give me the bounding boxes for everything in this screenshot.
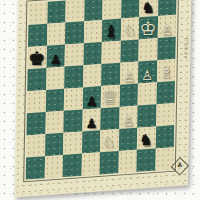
square-a6[interactable]: ♚	[28, 46, 47, 69]
square-e6[interactable]	[101, 41, 120, 64]
square-d4[interactable]: ♟	[82, 86, 101, 109]
square-e7[interactable]: ♝	[102, 19, 121, 42]
square-d1[interactable]	[81, 152, 100, 175]
square-c5[interactable]	[64, 65, 83, 88]
piece-black-pawn[interactable]: ♟	[50, 53, 62, 66]
square-a8[interactable]	[28, 2, 47, 25]
square-h3[interactable]	[156, 103, 175, 126]
square-d8[interactable]	[84, 0, 103, 21]
square-f1[interactable]	[118, 150, 137, 173]
square-f8[interactable]	[121, 0, 140, 19]
square-a4[interactable]	[27, 90, 46, 113]
square-c3[interactable]	[63, 109, 82, 132]
square-g4[interactable]	[138, 82, 157, 105]
square-c8[interactable]	[65, 0, 84, 22]
square-g8[interactable]: ♞	[139, 0, 158, 17]
square-f2[interactable]	[118, 128, 137, 151]
square-f3[interactable]: ♙	[119, 106, 138, 129]
square-b5[interactable]	[46, 67, 65, 90]
square-h8[interactable]	[158, 0, 177, 16]
square-f6[interactable]	[120, 39, 139, 62]
square-a1[interactable]	[26, 156, 45, 179]
square-c7[interactable]	[65, 21, 84, 44]
square-f7[interactable]: ♘	[120, 17, 139, 40]
square-b8[interactable]	[47, 0, 66, 23]
piece-black-bishop[interactable]: ♝	[104, 24, 118, 40]
square-e5[interactable]	[101, 63, 120, 86]
square-h2[interactable]	[155, 125, 174, 148]
square-a5[interactable]	[27, 68, 46, 91]
piece-white-pawn[interactable]: ♙	[123, 70, 135, 83]
square-g1[interactable]	[136, 148, 155, 171]
square-e2[interactable]: ♘	[100, 129, 119, 152]
square-b2[interactable]	[45, 133, 64, 156]
square-d7[interactable]	[83, 20, 102, 43]
square-c6[interactable]	[65, 43, 84, 66]
square-a3[interactable]	[27, 112, 46, 135]
square-b3[interactable]	[45, 111, 64, 134]
square-h7[interactable]: ♙	[157, 15, 176, 38]
square-e4[interactable]: ♕	[101, 85, 120, 108]
piece-white-bishop[interactable]: ♗	[159, 65, 173, 81]
square-g6[interactable]	[138, 38, 157, 61]
square-g3[interactable]	[137, 104, 156, 127]
square-c1[interactable]	[63, 154, 82, 177]
piece-black-king[interactable]: ♚	[29, 49, 46, 68]
piece-black-pawn[interactable]: ♟	[86, 95, 98, 108]
square-h4[interactable]	[156, 81, 175, 104]
square-b7[interactable]	[46, 22, 65, 45]
piece-white-pawn[interactable]: ♙	[122, 114, 134, 127]
piece-white-knight[interactable]: ♘	[103, 136, 116, 151]
square-c2[interactable]	[63, 132, 82, 155]
piece-white-knight[interactable]: ♘	[123, 24, 136, 39]
square-e1[interactable]	[100, 151, 119, 174]
square-d6[interactable]	[83, 42, 102, 65]
square-b1[interactable]	[44, 155, 63, 178]
square-a7[interactable]	[28, 24, 47, 47]
square-g5[interactable]: ♙	[138, 60, 157, 83]
square-f4[interactable]	[119, 84, 138, 107]
piece-white-king[interactable]: ♔	[140, 19, 157, 38]
piece-black-knight[interactable]: ♞	[142, 1, 155, 16]
chess-mat: ♞♝♘♔♙♚♟♙♙♗♟♕♟♙♘♞ Chess ♣	[14, 0, 191, 197]
piece-black-knight[interactable]: ♞	[139, 133, 152, 148]
square-e3[interactable]	[100, 107, 119, 130]
piece-black-pawn[interactable]: ♟	[85, 117, 97, 130]
square-g7[interactable]: ♔	[139, 16, 158, 39]
square-h5[interactable]: ♗	[156, 59, 175, 82]
square-d5[interactable]	[83, 64, 102, 87]
square-d3[interactable]: ♟	[82, 108, 101, 131]
table-surface: ♞♝♘♔♙♚♟♙♙♗♟♕♟♙♘♞ Chess ♣	[0, 0, 200, 200]
brand-text: Chess	[183, 37, 189, 60]
square-a2[interactable]	[26, 134, 45, 157]
square-c4[interactable]	[64, 87, 83, 110]
square-b4[interactable]	[45, 89, 64, 112]
square-h6[interactable]	[157, 37, 176, 60]
square-d2[interactable]	[81, 130, 100, 153]
piece-white-queen[interactable]: ♕	[102, 88, 119, 107]
piece-white-pawn[interactable]: ♙	[161, 23, 173, 36]
square-b6[interactable]: ♟	[46, 45, 65, 68]
square-e8[interactable]	[102, 0, 121, 20]
square-g2[interactable]: ♞	[137, 126, 156, 149]
square-f5[interactable]: ♙	[120, 61, 139, 84]
piece-white-pawn[interactable]: ♙	[142, 69, 154, 82]
chess-board: ♞♝♘♔♙♚♟♙♙♗♟♕♟♙♘♞	[26, 0, 177, 180]
